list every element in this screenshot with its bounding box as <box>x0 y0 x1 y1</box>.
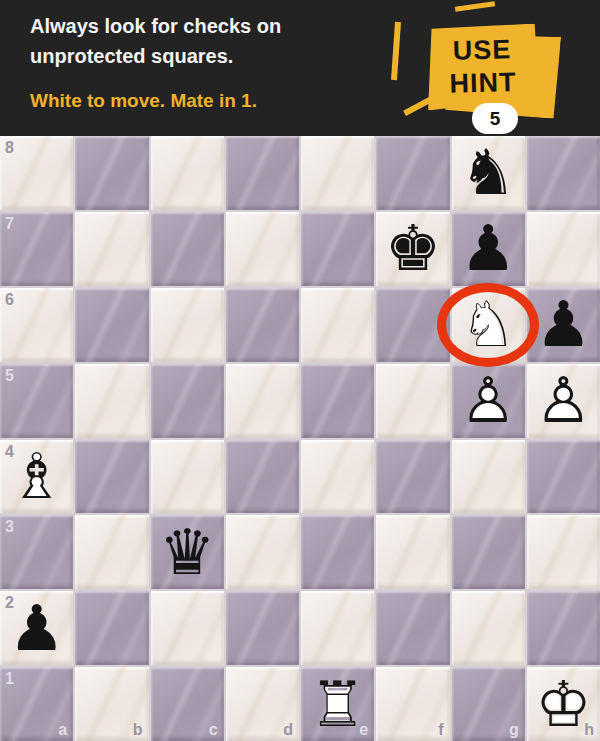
file-label-b: b <box>133 721 143 739</box>
square-c7[interactable] <box>151 212 224 286</box>
square-b2[interactable] <box>75 591 148 665</box>
square-c2[interactable] <box>151 591 224 665</box>
square-a5[interactable]: 5 <box>0 364 73 438</box>
white-king[interactable]: ♚♔ <box>535 668 591 741</box>
square-e7[interactable] <box>301 212 374 286</box>
file-label-g: g <box>509 721 519 739</box>
white-pawn-outline: ♙ <box>535 364 591 437</box>
square-h5[interactable]: ♟♙ <box>527 364 600 438</box>
square-b6[interactable] <box>75 288 148 362</box>
white-knight-outline: ♘ <box>460 288 516 361</box>
square-a3[interactable]: 3 <box>0 515 73 589</box>
square-c5[interactable] <box>151 364 224 438</box>
square-e2[interactable] <box>301 591 374 665</box>
square-h1[interactable]: h♚♔ <box>527 667 600 741</box>
white-pawn-outline: ♙ <box>460 364 516 437</box>
white-bishop-outline: ♗ <box>8 440 64 513</box>
square-c8[interactable] <box>151 136 224 210</box>
square-f8[interactable] <box>376 136 449 210</box>
square-a1[interactable]: 1a <box>0 667 73 741</box>
square-a7[interactable]: 7 <box>0 212 73 286</box>
square-c3[interactable]: ♛ <box>151 515 224 589</box>
square-e3[interactable] <box>301 515 374 589</box>
square-f4[interactable] <box>376 440 449 514</box>
use-hint-button[interactable]: USE HINT 5 <box>392 6 588 130</box>
square-d7[interactable] <box>226 212 299 286</box>
white-bishop[interactable]: ♝♗ <box>8 440 64 513</box>
white-king-outline: ♔ <box>535 668 591 741</box>
puzzle-header: Always look for checks on unprotected sq… <box>0 0 600 136</box>
file-label-c: c <box>209 721 218 739</box>
square-d2[interactable] <box>226 591 299 665</box>
square-c4[interactable] <box>151 440 224 514</box>
square-e1[interactable]: e♜♖ <box>301 667 374 741</box>
rank-label-7: 7 <box>5 215 14 233</box>
square-c1[interactable]: c <box>151 667 224 741</box>
square-d5[interactable] <box>226 364 299 438</box>
square-f7[interactable]: ♚ <box>376 212 449 286</box>
white-pawn[interactable]: ♟♙ <box>535 364 591 437</box>
square-g7[interactable]: ♟ <box>452 212 525 286</box>
hint-button-label[interactable]: USE HINT <box>426 24 539 111</box>
square-a8[interactable]: 8 <box>0 136 73 210</box>
square-a6[interactable]: 6 <box>0 288 73 362</box>
square-h3[interactable] <box>527 515 600 589</box>
square-g1[interactable]: g <box>452 667 525 741</box>
square-g3[interactable] <box>452 515 525 589</box>
square-b5[interactable] <box>75 364 148 438</box>
black-knight[interactable]: ♞ <box>460 136 516 209</box>
rank-label-1: 1 <box>5 670 14 688</box>
rank-label-8: 8 <box>5 139 14 157</box>
square-f5[interactable] <box>376 364 449 438</box>
square-d8[interactable] <box>226 136 299 210</box>
square-g2[interactable] <box>452 591 525 665</box>
square-e5[interactable] <box>301 364 374 438</box>
tip-text: Always look for checks on unprotected sq… <box>30 11 402 71</box>
rank-label-3: 3 <box>5 518 14 536</box>
square-h7[interactable] <box>527 212 600 286</box>
square-f6[interactable] <box>376 288 449 362</box>
square-f3[interactable] <box>376 515 449 589</box>
move-prompt: White to move. Mate in 1. <box>30 90 257 112</box>
file-label-d: d <box>283 721 293 739</box>
white-rook-outline: ♖ <box>309 668 365 741</box>
square-b4[interactable] <box>75 440 148 514</box>
square-d4[interactable] <box>226 440 299 514</box>
square-e6[interactable] <box>301 288 374 362</box>
file-label-a: a <box>58 721 67 739</box>
hint-count-badge: 5 <box>472 103 518 134</box>
square-h6[interactable]: ♟ <box>527 288 600 362</box>
square-b1[interactable]: b <box>75 667 148 741</box>
rank-label-6: 6 <box>5 291 14 309</box>
square-f1[interactable]: f <box>376 667 449 741</box>
white-knight[interactable]: ♞♘ <box>460 288 516 361</box>
chess-board: 8♞7♚♟6♞♘♟5♟♙♟♙4♝♗3♛2♟1abcde♜♖fgh♚♔ <box>0 136 600 741</box>
square-h2[interactable] <box>527 591 600 665</box>
square-g6[interactable]: ♞♘ <box>452 288 525 362</box>
square-b7[interactable] <box>75 212 148 286</box>
file-label-f: f <box>438 721 443 739</box>
hint-decor-shard <box>455 1 495 12</box>
square-d6[interactable] <box>226 288 299 362</box>
square-h8[interactable] <box>527 136 600 210</box>
square-h4[interactable] <box>527 440 600 514</box>
square-a4[interactable]: 4♝♗ <box>0 440 73 514</box>
square-g4[interactable] <box>452 440 525 514</box>
black-king[interactable]: ♚ <box>385 212 441 285</box>
rank-label-5: 5 <box>5 367 14 385</box>
square-e8[interactable] <box>301 136 374 210</box>
square-a2[interactable]: 2♟ <box>0 591 73 665</box>
square-c6[interactable] <box>151 288 224 362</box>
square-b3[interactable] <box>75 515 148 589</box>
black-pawn[interactable]: ♟ <box>460 212 516 285</box>
hint-decor-shard <box>391 22 401 80</box>
square-f2[interactable] <box>376 591 449 665</box>
square-d1[interactable]: d <box>226 667 299 741</box>
square-g5[interactable]: ♟♙ <box>452 364 525 438</box>
square-d3[interactable] <box>226 515 299 589</box>
square-e4[interactable] <box>301 440 374 514</box>
black-pawn[interactable]: ♟ <box>8 592 64 665</box>
black-queen[interactable]: ♛ <box>159 516 215 589</box>
white-rook[interactable]: ♜♖ <box>309 668 365 741</box>
square-b8[interactable] <box>75 136 148 210</box>
square-g8[interactable]: ♞ <box>452 136 525 210</box>
white-pawn[interactable]: ♟♙ <box>460 364 516 437</box>
black-pawn[interactable]: ♟ <box>535 288 591 361</box>
